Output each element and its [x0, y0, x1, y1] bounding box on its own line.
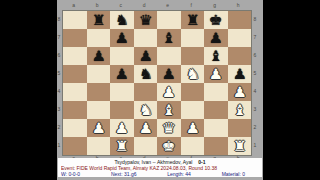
square-e5: ♟: [157, 65, 181, 83]
square-a3: [63, 101, 87, 119]
piece-black-pawn-h5: ♟: [232, 67, 246, 81]
square-e1: ♚: [157, 137, 181, 155]
file-label-h: h: [227, 3, 251, 8]
square-b4: [87, 83, 111, 101]
rank-label-4: 4: [57, 82, 61, 100]
square-g5: ♟: [204, 65, 228, 83]
piece-black-queen-d8: ♛: [138, 13, 152, 27]
square-g4: [204, 83, 228, 101]
square-f1: [181, 137, 205, 155]
file-label-f: f: [180, 3, 204, 8]
square-f8: ♜: [181, 11, 205, 29]
square-a8: [63, 11, 87, 29]
square-f5: ♞: [181, 65, 205, 83]
rank-label-6: 6: [57, 46, 61, 64]
square-h8: [228, 11, 252, 29]
rank-label-1: 1: [57, 136, 61, 154]
square-f7: [181, 29, 205, 47]
video-frame: abcdefgh abcdefgh 87654321 87654321 ♜♞♛♜…: [0, 0, 320, 180]
rank-label-5: 5: [57, 64, 61, 82]
square-c4: [110, 83, 134, 101]
square-f4: [181, 83, 205, 101]
square-b5: [87, 65, 111, 83]
square-h5: ♟: [228, 65, 252, 83]
piece-black-rook-f8: ♜: [185, 13, 199, 27]
square-d7: [134, 29, 158, 47]
piece-black-pawn-d6: ♟: [138, 49, 152, 63]
square-c7: ♟: [110, 29, 134, 47]
square-d5: ♞: [134, 65, 158, 83]
square-e3: ♝: [157, 101, 181, 119]
caption-status: W: 0-0-0 Next: 31.g6 Length: 44 Material…: [61, 171, 259, 177]
piece-white-pawn-h4: ♟: [232, 85, 246, 99]
file-label-b: b: [86, 3, 110, 8]
square-b8: ♜: [87, 11, 111, 29]
piece-white-knight-d3: ♞: [138, 103, 152, 117]
square-d1: [134, 137, 158, 155]
square-c6: [110, 47, 134, 65]
square-g8: ♚: [204, 11, 228, 29]
rank-label-1: 1: [253, 136, 257, 154]
rank-label-3: 3: [57, 100, 61, 118]
piece-black-knight-d5: ♞: [138, 67, 152, 81]
piece-black-knight-c8: ♞: [115, 13, 129, 27]
piece-white-pawn-g5: ♟: [209, 67, 223, 81]
square-h1: ♜: [228, 137, 252, 155]
square-b1: [87, 137, 111, 155]
status-material: Material: 0: [222, 171, 245, 177]
piece-white-bishop-e3: ♝: [162, 103, 176, 117]
square-g6: ♝: [204, 47, 228, 65]
square-b2: ♟: [87, 119, 111, 137]
status-length: Length: 44: [167, 171, 191, 177]
rank-label-7: 7: [57, 28, 61, 46]
piece-white-rook-h1: ♜: [232, 139, 246, 153]
status-next: Next: 31.g6: [111, 171, 137, 177]
square-a1: [63, 137, 87, 155]
piece-white-pawn-d2: ♟: [138, 121, 152, 135]
piece-white-rook-c1: ♜: [115, 139, 129, 153]
file-label-a: a: [62, 3, 86, 8]
piece-black-pawn-c5: ♟: [115, 67, 129, 81]
square-c1: ♜: [110, 137, 134, 155]
rank-labels-left: 87654321: [57, 10, 61, 154]
piece-white-queen-e2: ♛: [162, 121, 176, 135]
square-c8: ♞: [110, 11, 134, 29]
square-a2: [63, 119, 87, 137]
square-f6: [181, 47, 205, 65]
square-h2: [228, 119, 252, 137]
square-b7: [87, 29, 111, 47]
square-g7: ♟: [204, 29, 228, 47]
square-h3: ♝: [228, 101, 252, 119]
rank-label-7: 7: [253, 28, 257, 46]
file-label-d: d: [133, 3, 157, 8]
rank-label-6: 6: [253, 46, 257, 64]
square-a5: [63, 65, 87, 83]
square-a4: [63, 83, 87, 101]
square-e7: ♝: [157, 29, 181, 47]
piece-black-bishop-e7: ♝: [162, 31, 176, 45]
square-f3: [181, 101, 205, 119]
piece-black-pawn-e5: ♟: [162, 67, 176, 81]
diagram-panel: abcdefgh abcdefgh 87654321 87654321 ♜♞♛♜…: [57, 0, 263, 180]
square-d8: ♛: [134, 11, 158, 29]
square-e2: ♛: [157, 119, 181, 137]
square-h4: ♟: [228, 83, 252, 101]
square-c3: [110, 101, 134, 119]
square-d6: ♟: [134, 47, 158, 65]
file-label-c: c: [109, 3, 133, 8]
square-d4: [134, 83, 158, 101]
rank-label-8: 8: [253, 10, 257, 28]
piece-black-king-g8: ♚: [209, 13, 223, 27]
rank-label-2: 2: [253, 118, 257, 136]
file-label-e: e: [156, 3, 180, 8]
chess-board: ♜♞♛♜♚♟♝♟♟♟♝♟♞♟♞♟♟♟♟♞♝♝♟♟♟♛♟♜♚♜: [62, 10, 252, 156]
square-c5: ♟: [110, 65, 134, 83]
piece-black-pawn-g7: ♟: [209, 31, 223, 45]
file-labels-top: abcdefgh: [62, 3, 250, 8]
square-h6: [228, 47, 252, 65]
piece-white-pawn-e4: ♟: [162, 85, 176, 99]
rank-labels-right: 87654321: [253, 10, 257, 154]
square-g2: [204, 119, 228, 137]
square-e6: [157, 47, 181, 65]
piece-black-bishop-g6: ♝: [209, 49, 223, 63]
square-g3: [204, 101, 228, 119]
rank-label-2: 2: [57, 118, 61, 136]
square-a6: [63, 47, 87, 65]
square-f2: ♟: [181, 119, 205, 137]
rank-label-4: 4: [253, 82, 257, 100]
piece-white-king-e1: ♚: [162, 139, 176, 153]
piece-black-rook-b8: ♜: [91, 13, 105, 27]
square-d2: ♟: [134, 119, 158, 137]
caption-strip: Tsydypalov, Ivan -- Akhmedov, Ayal0-1 Ev…: [58, 158, 262, 177]
piece-white-bishop-h3: ♝: [232, 103, 246, 117]
square-c2: ♟: [110, 119, 134, 137]
rank-label-3: 3: [253, 100, 257, 118]
piece-black-pawn-c7: ♟: [115, 31, 129, 45]
square-b3: [87, 101, 111, 119]
rank-label-5: 5: [253, 64, 257, 82]
status-white: W: 0-0-0: [61, 171, 80, 177]
piece-black-pawn-b6: ♟: [91, 49, 105, 63]
piece-white-pawn-b2: ♟: [91, 121, 105, 135]
piece-white-pawn-f2: ♟: [185, 121, 199, 135]
square-e4: ♟: [157, 83, 181, 101]
piece-white-knight-f5: ♞: [185, 67, 199, 81]
piece-white-pawn-c2: ♟: [115, 121, 129, 135]
square-h7: [228, 29, 252, 47]
square-d3: ♞: [134, 101, 158, 119]
square-a7: [63, 29, 87, 47]
square-g1: [204, 137, 228, 155]
square-e8: [157, 11, 181, 29]
rank-label-8: 8: [57, 10, 61, 28]
square-b6: ♟: [87, 47, 111, 65]
file-label-g: g: [203, 3, 227, 8]
